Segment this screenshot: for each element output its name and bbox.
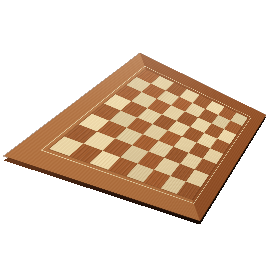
chess-board	[4, 53, 266, 221]
chessboard-product-photo	[0, 0, 270, 270]
